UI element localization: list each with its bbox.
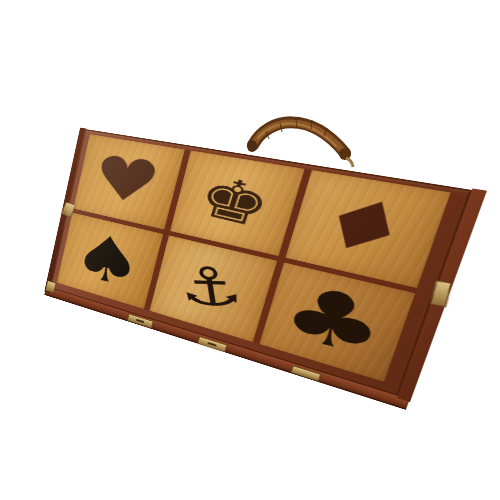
anchor-icon: ⚓ bbox=[175, 260, 247, 315]
crown-icon: ♚ bbox=[192, 167, 279, 237]
club-icon: ♣ bbox=[278, 274, 393, 369]
handle-strap[interactable] bbox=[253, 119, 345, 153]
cell-heart[interactable]: ♥ bbox=[73, 134, 184, 229]
spade-icon: ♠ bbox=[70, 223, 147, 298]
heart-icon: ♥ bbox=[90, 148, 164, 215]
diamond-icon: ♦ bbox=[301, 180, 431, 274]
crown-and-anchor-board-photo: ♥ ♚ ♦ ♠ ⚓ ♣ bbox=[0, 0, 500, 500]
